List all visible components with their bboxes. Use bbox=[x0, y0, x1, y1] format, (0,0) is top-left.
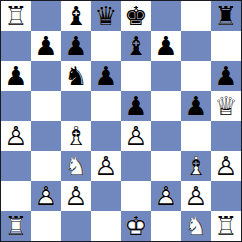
square-g8[interactable] bbox=[181, 1, 211, 31]
square-c5[interactable] bbox=[61, 91, 91, 121]
piece-outline-glyph: ♙ bbox=[181, 181, 211, 211]
white-knight-piece[interactable]: ♞♘ bbox=[61, 151, 91, 181]
square-a6[interactable]: ♟ bbox=[1, 61, 31, 91]
white-pawn-piece[interactable]: ♟♙ bbox=[121, 121, 151, 151]
white-pawn-piece[interactable]: ♟♙ bbox=[61, 181, 91, 211]
white-rook-piece[interactable]: ♜♖ bbox=[1, 211, 31, 241]
white-bishop-piece[interactable]: ♝♗ bbox=[181, 151, 211, 181]
white-pawn-piece[interactable]: ♟♙ bbox=[31, 181, 61, 211]
black-pawn-piece[interactable]: ♟ bbox=[91, 61, 121, 91]
piece-outline-glyph: ♖ bbox=[211, 211, 241, 241]
square-a8[interactable]: ♜♖ bbox=[1, 1, 31, 31]
square-a1[interactable]: ♜♖ bbox=[1, 211, 31, 241]
square-c3[interactable]: ♞♘ bbox=[61, 151, 91, 181]
white-pawn-piece[interactable]: ♟♙ bbox=[211, 151, 241, 181]
piece-outline-glyph: ♙ bbox=[1, 121, 31, 151]
square-f6[interactable] bbox=[151, 61, 181, 91]
square-h8[interactable]: ♜ bbox=[211, 1, 241, 31]
black-pawn-piece[interactable]: ♟ bbox=[121, 91, 151, 121]
black-bishop-piece[interactable]: ♝ bbox=[61, 1, 91, 31]
white-rook-piece[interactable]: ♜♖ bbox=[211, 211, 241, 241]
square-g1[interactable]: ♞♘ bbox=[181, 211, 211, 241]
square-e2[interactable] bbox=[121, 181, 151, 211]
piece-outline-glyph: ♙ bbox=[121, 121, 151, 151]
square-b7[interactable]: ♟ bbox=[31, 31, 61, 61]
square-a4[interactable]: ♟♙ bbox=[1, 121, 31, 151]
white-knight-piece[interactable]: ♞♘ bbox=[181, 211, 211, 241]
square-b5[interactable] bbox=[31, 91, 61, 121]
square-d2[interactable] bbox=[91, 181, 121, 211]
square-h3[interactable]: ♟♙ bbox=[211, 151, 241, 181]
square-a2[interactable] bbox=[1, 181, 31, 211]
piece-outline-glyph: ♙ bbox=[61, 181, 91, 211]
chess-board: ♜♖♝♛♚♜♟♟♝♟♟♞♟♟♟♟♛♕♟♙♝♗♟♙♞♘♟♙♝♗♟♙♟♙♟♙♟♙♟♙… bbox=[1, 1, 241, 241]
square-e4[interactable]: ♟♙ bbox=[121, 121, 151, 151]
piece-outline-glyph: ♗ bbox=[181, 151, 211, 181]
piece-outline-glyph: ♖ bbox=[1, 1, 31, 31]
square-f7[interactable]: ♟ bbox=[151, 31, 181, 61]
square-g2[interactable]: ♟♙ bbox=[181, 181, 211, 211]
square-f8[interactable] bbox=[151, 1, 181, 31]
square-b6[interactable] bbox=[31, 61, 61, 91]
black-rook-piece[interactable]: ♜ bbox=[211, 1, 241, 31]
square-h2[interactable] bbox=[211, 181, 241, 211]
square-e7[interactable]: ♝ bbox=[121, 31, 151, 61]
piece-outline-glyph: ♗ bbox=[61, 121, 91, 151]
square-e5[interactable]: ♟ bbox=[121, 91, 151, 121]
square-f2[interactable]: ♟♙ bbox=[151, 181, 181, 211]
piece-outline-glyph: ♙ bbox=[91, 151, 121, 181]
square-f1[interactable] bbox=[151, 211, 181, 241]
square-a3[interactable] bbox=[1, 151, 31, 181]
square-g6[interactable] bbox=[181, 61, 211, 91]
square-d3[interactable]: ♟♙ bbox=[91, 151, 121, 181]
chess-board-frame: ♜♖♝♛♚♜♟♟♝♟♟♞♟♟♟♟♛♕♟♙♝♗♟♙♞♘♟♙♝♗♟♙♟♙♟♙♟♙♟♙… bbox=[0, 0, 242, 242]
square-c4[interactable]: ♝♗ bbox=[61, 121, 91, 151]
square-b3[interactable] bbox=[31, 151, 61, 181]
black-king-piece[interactable]: ♚ bbox=[121, 1, 151, 31]
square-h4[interactable] bbox=[211, 121, 241, 151]
square-e1[interactable]: ♚♔ bbox=[121, 211, 151, 241]
white-queen-piece[interactable]: ♛♕ bbox=[211, 91, 241, 121]
square-b8[interactable] bbox=[31, 1, 61, 31]
piece-outline-glyph: ♙ bbox=[31, 181, 61, 211]
square-e8[interactable]: ♚ bbox=[121, 1, 151, 31]
black-pawn-piece[interactable]: ♟ bbox=[31, 31, 61, 61]
square-h1[interactable]: ♜♖ bbox=[211, 211, 241, 241]
square-b1[interactable] bbox=[31, 211, 61, 241]
square-d6[interactable]: ♟ bbox=[91, 61, 121, 91]
white-pawn-piece[interactable]: ♟♙ bbox=[1, 121, 31, 151]
piece-outline-glyph: ♕ bbox=[211, 91, 241, 121]
piece-outline-glyph: ♖ bbox=[1, 211, 31, 241]
white-pawn-piece[interactable]: ♟♙ bbox=[151, 181, 181, 211]
white-pawn-piece[interactable]: ♟♙ bbox=[91, 151, 121, 181]
black-bishop-piece[interactable]: ♝ bbox=[121, 31, 151, 61]
square-f4[interactable] bbox=[151, 121, 181, 151]
square-d1[interactable] bbox=[91, 211, 121, 241]
black-pawn-piece[interactable]: ♟ bbox=[61, 31, 91, 61]
piece-outline-glyph: ♔ bbox=[121, 211, 151, 241]
black-pawn-piece[interactable]: ♟ bbox=[181, 91, 211, 121]
black-pawn-piece[interactable]: ♟ bbox=[1, 61, 31, 91]
square-b2[interactable]: ♟♙ bbox=[31, 181, 61, 211]
square-e3[interactable] bbox=[121, 151, 151, 181]
square-h5[interactable]: ♛♕ bbox=[211, 91, 241, 121]
square-g4[interactable] bbox=[181, 121, 211, 151]
square-h7[interactable] bbox=[211, 31, 241, 61]
square-a7[interactable] bbox=[1, 31, 31, 61]
square-c7[interactable]: ♟ bbox=[61, 31, 91, 61]
square-a5[interactable] bbox=[1, 91, 31, 121]
white-pawn-piece[interactable]: ♟♙ bbox=[181, 181, 211, 211]
square-c1[interactable] bbox=[61, 211, 91, 241]
square-f3[interactable] bbox=[151, 151, 181, 181]
square-c8[interactable]: ♝ bbox=[61, 1, 91, 31]
square-g7[interactable] bbox=[181, 31, 211, 61]
square-b4[interactable] bbox=[31, 121, 61, 151]
piece-outline-glyph: ♙ bbox=[151, 181, 181, 211]
square-e6[interactable] bbox=[121, 61, 151, 91]
white-king-piece[interactable]: ♚♔ bbox=[121, 211, 151, 241]
white-bishop-piece[interactable]: ♝♗ bbox=[61, 121, 91, 151]
piece-outline-glyph: ♘ bbox=[61, 151, 91, 181]
white-rook-piece[interactable]: ♜♖ bbox=[1, 1, 31, 31]
square-d5[interactable] bbox=[91, 91, 121, 121]
square-c2[interactable]: ♟♙ bbox=[61, 181, 91, 211]
black-pawn-piece[interactable]: ♟ bbox=[211, 61, 241, 91]
square-d7[interactable] bbox=[91, 31, 121, 61]
square-f5[interactable] bbox=[151, 91, 181, 121]
piece-outline-glyph: ♙ bbox=[211, 151, 241, 181]
black-knight-piece[interactable]: ♞ bbox=[61, 61, 91, 91]
square-g5[interactable]: ♟ bbox=[181, 91, 211, 121]
square-d8[interactable]: ♛ bbox=[91, 1, 121, 31]
black-pawn-piece[interactable]: ♟ bbox=[151, 31, 181, 61]
square-h6[interactable]: ♟ bbox=[211, 61, 241, 91]
square-c6[interactable]: ♞ bbox=[61, 61, 91, 91]
black-queen-piece[interactable]: ♛ bbox=[91, 1, 121, 31]
square-g3[interactable]: ♝♗ bbox=[181, 151, 211, 181]
piece-outline-glyph: ♘ bbox=[181, 211, 211, 241]
square-d4[interactable] bbox=[91, 121, 121, 151]
